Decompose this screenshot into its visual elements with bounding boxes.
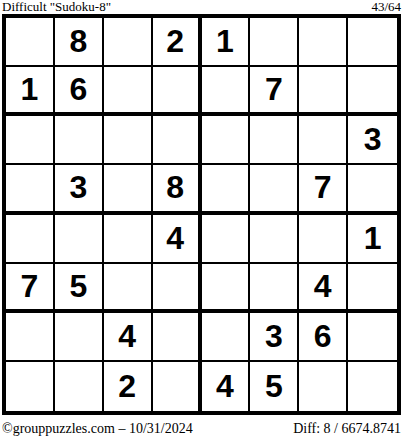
cell-r3c2-empty[interactable]: [55, 116, 104, 165]
cell-r2c7-empty[interactable]: [299, 67, 348, 116]
cell-r7c4-empty[interactable]: [153, 313, 202, 362]
cell-r6c3-empty[interactable]: [104, 264, 153, 313]
cell-r4c5-empty[interactable]: [202, 165, 251, 214]
cell-r7c6-given: 3: [250, 313, 299, 362]
sudoku-board: 821167338741754436245: [2, 14, 401, 415]
cell-r3c5-empty[interactable]: [202, 116, 251, 165]
cell-r7c7-given: 6: [299, 313, 348, 362]
cell-r4c2-given: 3: [55, 165, 104, 214]
cell-r7c5-empty[interactable]: [202, 313, 251, 362]
cell-r4c3-empty[interactable]: [104, 165, 153, 214]
cell-r5c1-empty[interactable]: [6, 215, 55, 264]
cell-r6c7-given: 4: [299, 264, 348, 313]
cell-r5c3-empty[interactable]: [104, 215, 153, 264]
puzzle-page: Difficult "Sudoku-8" 43/64 8211673387417…: [0, 0, 403, 437]
cell-r5c6-empty[interactable]: [250, 215, 299, 264]
cell-r4c7-given: 7: [299, 165, 348, 214]
cell-r6c1-given: 7: [6, 264, 55, 313]
cell-r4c8-empty[interactable]: [348, 165, 397, 214]
cell-r2c3-empty[interactable]: [104, 67, 153, 116]
cell-r4c4-given: 8: [153, 165, 202, 214]
cell-r7c2-empty[interactable]: [55, 313, 104, 362]
cell-r3c7-empty[interactable]: [299, 116, 348, 165]
cell-r3c8-given: 3: [348, 116, 397, 165]
header: Difficult "Sudoku-8" 43/64: [0, 0, 403, 14]
cell-r7c8-empty[interactable]: [348, 313, 397, 362]
cell-r5c2-empty[interactable]: [55, 215, 104, 264]
cell-r8c7-empty[interactable]: [299, 362, 348, 411]
cell-r7c1-empty[interactable]: [6, 313, 55, 362]
cell-r6c6-empty[interactable]: [250, 264, 299, 313]
cell-r5c7-empty[interactable]: [299, 215, 348, 264]
cell-r4c1-empty[interactable]: [6, 165, 55, 214]
cell-r1c2-given: 8: [55, 18, 104, 67]
cell-r2c6-given: 7: [250, 67, 299, 116]
copyright: ©grouppuzzles.com – 10/31/2024: [2, 421, 193, 437]
cell-r8c5-given: 4: [202, 362, 251, 411]
cell-r1c4-given: 2: [153, 18, 202, 67]
cell-r2c2-given: 6: [55, 67, 104, 116]
cell-r2c1-given: 1: [6, 67, 55, 116]
cell-r6c5-empty[interactable]: [202, 264, 251, 313]
cell-r1c8-empty[interactable]: [348, 18, 397, 67]
footer: ©grouppuzzles.com – 10/31/2024 Diff: 8 /…: [0, 420, 403, 437]
difficulty-rating: Diff: 8 / 6674.8741: [293, 421, 401, 437]
cell-r8c3-given: 2: [104, 362, 153, 411]
cell-r6c4-empty[interactable]: [153, 264, 202, 313]
cell-r7c3-given: 4: [104, 313, 153, 362]
cell-r8c8-empty[interactable]: [348, 362, 397, 411]
cell-r8c1-empty[interactable]: [6, 362, 55, 411]
cell-r8c4-empty[interactable]: [153, 362, 202, 411]
cell-r2c5-empty[interactable]: [202, 67, 251, 116]
cell-r5c8-given: 1: [348, 215, 397, 264]
cell-r3c1-empty[interactable]: [6, 116, 55, 165]
cell-r2c4-empty[interactable]: [153, 67, 202, 116]
cell-r3c4-empty[interactable]: [153, 116, 202, 165]
cell-r2c8-empty[interactable]: [348, 67, 397, 116]
cell-r1c3-empty[interactable]: [104, 18, 153, 67]
cell-r6c2-given: 5: [55, 264, 104, 313]
cell-r8c6-given: 5: [250, 362, 299, 411]
cell-counter: 43/64: [371, 0, 401, 14]
cell-r8c2-empty[interactable]: [55, 362, 104, 411]
cell-r6c8-empty[interactable]: [348, 264, 397, 313]
cell-r3c6-empty[interactable]: [250, 116, 299, 165]
cell-r1c6-empty[interactable]: [250, 18, 299, 67]
cell-r3c3-empty[interactable]: [104, 116, 153, 165]
puzzle-title: Difficult "Sudoku-8": [2, 0, 111, 14]
cell-r4c6-empty[interactable]: [250, 165, 299, 214]
cell-r1c7-empty[interactable]: [299, 18, 348, 67]
cell-r5c5-empty[interactable]: [202, 215, 251, 264]
cell-r1c1-empty[interactable]: [6, 18, 55, 67]
cell-r1c5-given: 1: [202, 18, 251, 67]
cell-r5c4-given: 4: [153, 215, 202, 264]
